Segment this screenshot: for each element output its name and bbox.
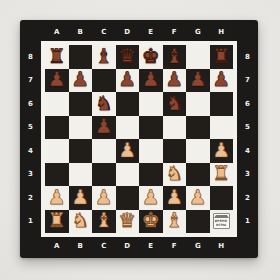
square-g8[interactable]: [186, 45, 210, 69]
rank-label-1: 1: [20, 210, 41, 234]
square-g4[interactable]: [186, 139, 210, 163]
square-c6[interactable]: ♞: [92, 92, 116, 116]
square-h4[interactable]: ♟: [210, 139, 234, 163]
square-d6[interactable]: [116, 92, 140, 116]
rank-label-3: 3: [237, 163, 258, 187]
file-label-e: E: [139, 237, 163, 255]
white-king-e1: ♚: [142, 210, 160, 230]
rank-label-8: 8: [237, 45, 258, 69]
product-photo: ABCDEFGH ABCDEFGH 87654321 87654321 ♜♝♛♚…: [0, 0, 280, 280]
square-b1[interactable]: ♞: [69, 210, 93, 234]
rank-label-7: 7: [237, 69, 258, 93]
file-labels-top: ABCDEFGH: [45, 23, 233, 41]
square-g2[interactable]: ♟: [186, 186, 210, 210]
square-f7[interactable]: ♟: [163, 69, 187, 93]
square-b5[interactable]: [69, 116, 93, 140]
file-label-b: B: [69, 23, 93, 41]
square-c3[interactable]: [92, 163, 116, 187]
white-rook-a1: ♜: [48, 210, 66, 230]
chess-board: ♜♝♛♚♝♜♟♟♟♟♟♟♟♞♞♟♟♟♞♜♟♟♟♟♟♟♜♞♝♛♚♝ВРЕМЯИГР…: [45, 45, 233, 233]
file-label-a: A: [45, 23, 69, 41]
square-f3[interactable]: ♞: [163, 163, 187, 187]
square-g7[interactable]: ♟: [186, 69, 210, 93]
brand-logo: ВРЕМЯИГРЫ: [213, 213, 230, 229]
square-a5[interactable]: [45, 116, 69, 140]
square-f8[interactable]: ♝: [163, 45, 187, 69]
square-d7[interactable]: ♟: [116, 69, 140, 93]
brand-logo-text: ИГРЫ: [216, 224, 226, 226]
rank-labels-right: 87654321: [237, 45, 258, 233]
square-f4[interactable]: [163, 139, 187, 163]
rank-label-6: 6: [20, 92, 41, 116]
rank-label-8: 8: [20, 45, 41, 69]
square-e6[interactable]: [139, 92, 163, 116]
square-f2[interactable]: ♟: [163, 186, 187, 210]
square-e4[interactable]: [139, 139, 163, 163]
square-c2[interactable]: ♟: [92, 186, 116, 210]
square-d3[interactable]: [116, 163, 140, 187]
square-h3[interactable]: ♜: [210, 163, 234, 187]
square-d2[interactable]: [116, 186, 140, 210]
board-inner-border: ♜♝♛♚♝♜♟♟♟♟♟♟♟♞♞♟♟♟♞♜♟♟♟♟♟♟♜♞♝♛♚♝ВРЕМЯИГР…: [41, 41, 237, 237]
white-pawn-c2: ♟: [95, 187, 113, 207]
square-c7[interactable]: [92, 69, 116, 93]
rank-label-3: 3: [20, 163, 41, 187]
white-rook-h3: ♜: [212, 163, 230, 183]
brand-logo-text: ВРЕМЯ: [215, 220, 227, 222]
rank-labels-left: 87654321: [20, 45, 41, 233]
rank-label-7: 7: [20, 69, 41, 93]
file-label-e: E: [139, 23, 163, 41]
square-d5[interactable]: [116, 116, 140, 140]
square-h7[interactable]: ♟: [210, 69, 234, 93]
square-d1[interactable]: ♛: [116, 210, 140, 234]
square-h5[interactable]: [210, 116, 234, 140]
square-a1[interactable]: ♜: [45, 210, 69, 234]
file-label-h: H: [210, 23, 234, 41]
file-label-h: H: [210, 237, 234, 255]
black-queen-d8: ♛: [118, 46, 136, 66]
black-king-e8: ♚: [142, 46, 160, 66]
square-a4[interactable]: [45, 139, 69, 163]
rank-label-6: 6: [237, 92, 258, 116]
black-pawn-e7: ♟: [142, 69, 160, 89]
square-h2[interactable]: [210, 186, 234, 210]
file-label-g: G: [186, 23, 210, 41]
square-a7[interactable]: ♟: [45, 69, 69, 93]
square-h8[interactable]: ♜: [210, 45, 234, 69]
square-b3[interactable]: [69, 163, 93, 187]
square-h6[interactable]: [210, 92, 234, 116]
white-queen-d1: ♛: [118, 210, 136, 230]
square-h1[interactable]: ВРЕМЯИГРЫ: [210, 210, 234, 234]
white-pawn-g2: ♟: [189, 187, 207, 207]
square-e2[interactable]: ♟: [139, 186, 163, 210]
black-rook-h8: ♜: [212, 46, 230, 66]
square-e7[interactable]: ♟: [139, 69, 163, 93]
square-f6[interactable]: ♞: [163, 92, 187, 116]
white-pawn-a2: ♟: [48, 187, 66, 207]
black-pawn-a7: ♟: [48, 69, 66, 89]
file-label-g: G: [186, 237, 210, 255]
square-c4[interactable]: [92, 139, 116, 163]
black-pawn-c5: ♟: [95, 116, 113, 136]
square-d4[interactable]: ♟: [116, 139, 140, 163]
white-pawn-d4: ♟: [118, 140, 136, 160]
white-pawn-f2: ♟: [165, 187, 183, 207]
square-f1[interactable]: ♝: [163, 210, 187, 234]
square-c5[interactable]: ♟: [92, 116, 116, 140]
square-e8[interactable]: ♚: [139, 45, 163, 69]
white-bishop-f1: ♝: [165, 210, 183, 230]
black-pawn-g7: ♟: [189, 69, 207, 89]
black-knight-f6: ♞: [165, 93, 183, 113]
square-f5[interactable]: [163, 116, 187, 140]
white-knight-b1: ♞: [71, 210, 89, 230]
chessboard-frame: ABCDEFGH ABCDEFGH 87654321 87654321 ♜♝♛♚…: [20, 20, 258, 258]
black-pawn-b7: ♟: [71, 69, 89, 89]
white-pawn-h4: ♟: [212, 140, 230, 160]
white-knight-f3: ♞: [165, 163, 183, 183]
square-c8[interactable]: ♝: [92, 45, 116, 69]
square-a8[interactable]: ♜: [45, 45, 69, 69]
rank-label-4: 4: [20, 139, 41, 163]
black-pawn-d7: ♟: [118, 69, 136, 89]
black-pawn-f7: ♟: [165, 69, 183, 89]
square-a6[interactable]: [45, 92, 69, 116]
brand-logo-roof-icon: [214, 215, 229, 218]
black-bishop-c8: ♝: [95, 46, 113, 66]
square-b4[interactable]: [69, 139, 93, 163]
black-pawn-h7: ♟: [212, 69, 230, 89]
square-b2[interactable]: ♟: [69, 186, 93, 210]
square-e1[interactable]: ♚: [139, 210, 163, 234]
square-b6[interactable]: [69, 92, 93, 116]
square-g1[interactable]: [186, 210, 210, 234]
square-b8[interactable]: [69, 45, 93, 69]
rank-label-1: 1: [237, 210, 258, 234]
file-label-f: F: [163, 23, 187, 41]
square-a3[interactable]: [45, 163, 69, 187]
white-pawn-b2: ♟: [71, 187, 89, 207]
square-c1[interactable]: ♝: [92, 210, 116, 234]
rank-label-4: 4: [237, 139, 258, 163]
file-label-b: B: [69, 237, 93, 255]
square-e5[interactable]: [139, 116, 163, 140]
rank-label-2: 2: [20, 186, 41, 210]
black-bishop-f8: ♝: [165, 46, 183, 66]
file-labels-bottom: ABCDEFGH: [45, 237, 233, 255]
square-g6[interactable]: [186, 92, 210, 116]
rank-label-2: 2: [237, 186, 258, 210]
file-label-d: D: [116, 23, 140, 41]
file-label-a: A: [45, 237, 69, 255]
rank-label-5: 5: [20, 116, 41, 140]
file-label-c: C: [92, 237, 116, 255]
rank-label-5: 5: [237, 116, 258, 140]
file-label-f: F: [163, 237, 187, 255]
square-g5[interactable]: [186, 116, 210, 140]
square-a2[interactable]: ♟: [45, 186, 69, 210]
black-knight-c6: ♞: [95, 93, 113, 113]
white-bishop-c1: ♝: [95, 210, 113, 230]
square-g3[interactable]: [186, 163, 210, 187]
file-label-d: D: [116, 237, 140, 255]
square-e3[interactable]: [139, 163, 163, 187]
file-label-c: C: [92, 23, 116, 41]
square-d8[interactable]: ♛: [116, 45, 140, 69]
square-b7[interactable]: ♟: [69, 69, 93, 93]
white-pawn-e2: ♟: [142, 187, 160, 207]
black-rook-a8: ♜: [48, 46, 66, 66]
